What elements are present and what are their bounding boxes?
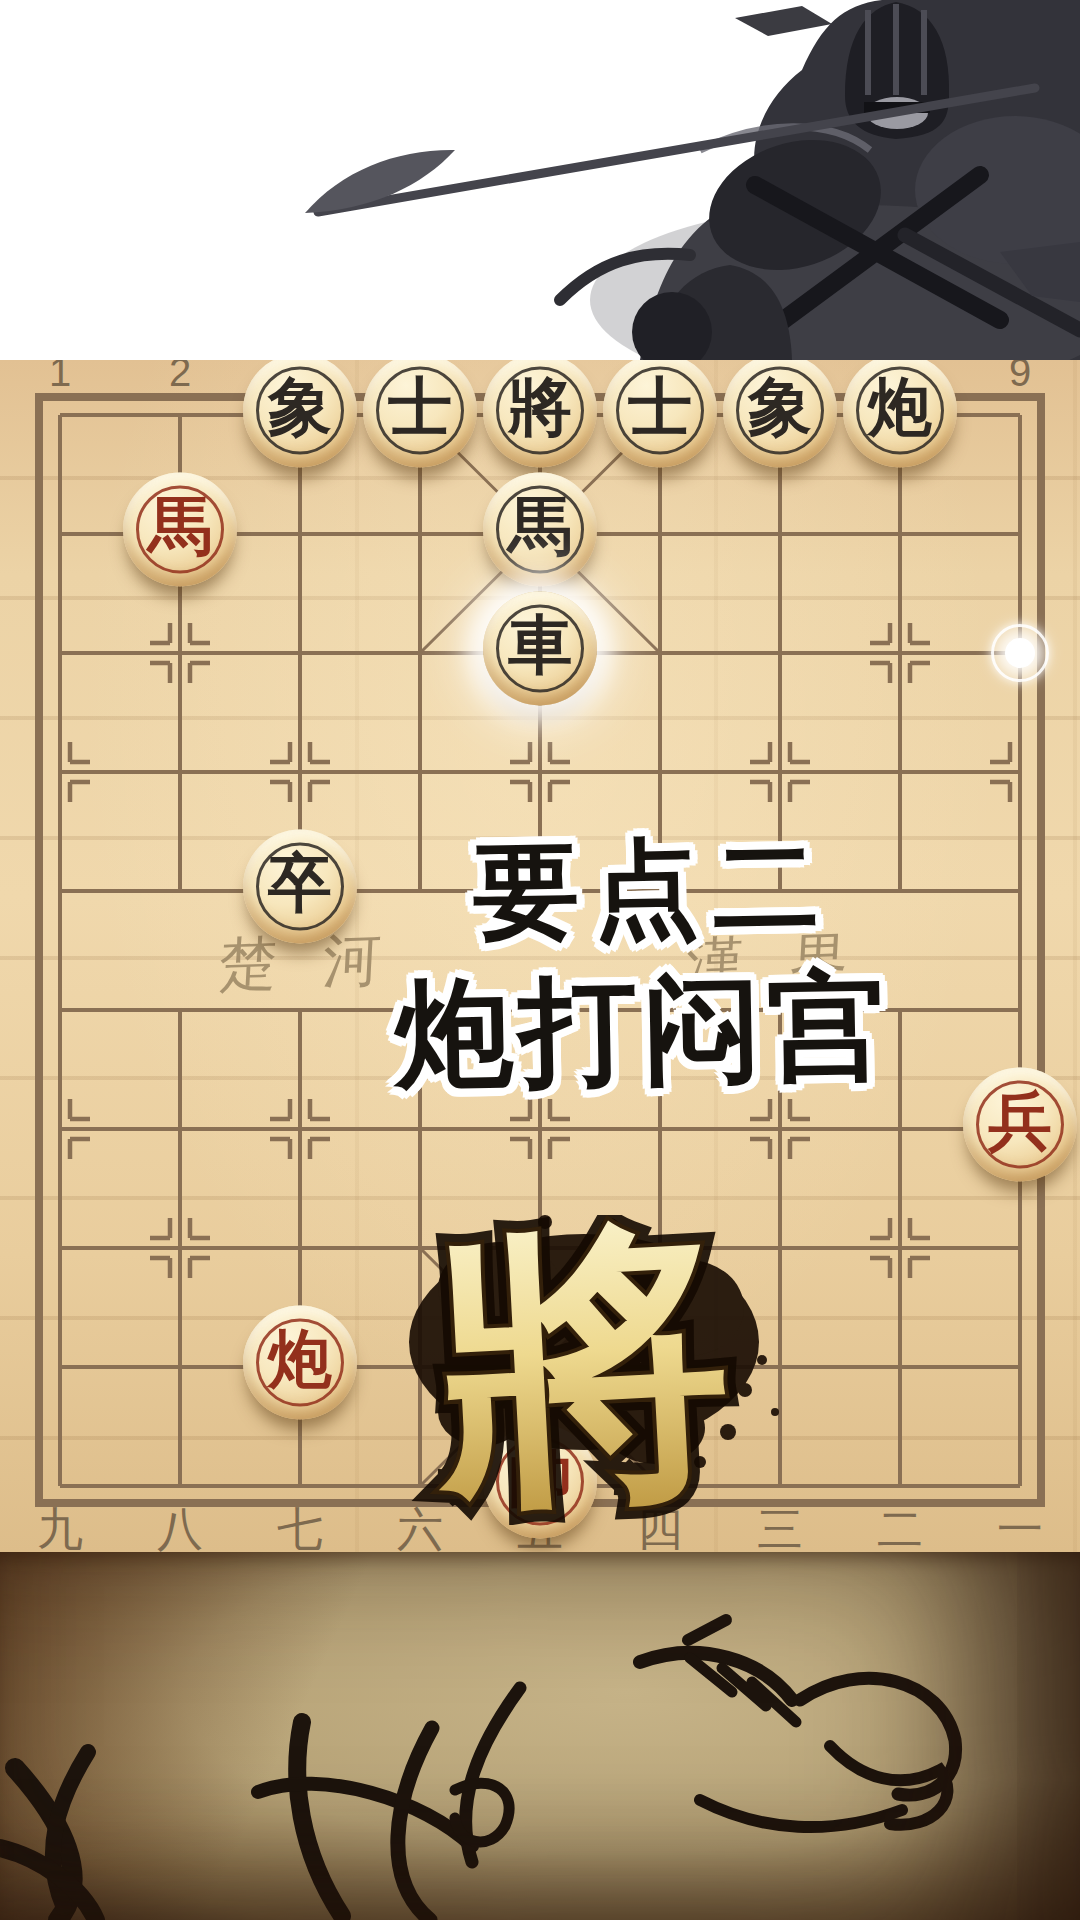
- piece-red-soldier[interactable]: 兵: [963, 1067, 1077, 1181]
- banner-gold-char: 將: [423, 1215, 739, 1525]
- piece-glyph: 卒: [268, 852, 332, 916]
- piece-black-advisor-left[interactable]: 士: [363, 360, 477, 467]
- piece-black-advisor-right[interactable]: 士: [603, 360, 717, 467]
- piece-black-elephant-left[interactable]: 象: [243, 360, 357, 467]
- board-section: 楚河 漢界 123456789九八七六五四三二一 象士將士象炮馬馬車卒兵炮帥 要…: [0, 360, 1080, 1552]
- piece-black-chariot[interactable]: 車: [483, 591, 597, 705]
- piece-glyph: 馬: [508, 495, 572, 559]
- piece-black-horse[interactable]: 馬: [483, 472, 597, 586]
- bottom-banner: [0, 1552, 1080, 1920]
- piece-black-cannon[interactable]: 炮: [843, 360, 957, 467]
- piece-glyph: 象: [748, 376, 812, 440]
- piece-black-elephant-right[interactable]: 象: [723, 360, 837, 467]
- piece-glyph: 炮: [868, 376, 932, 440]
- piece-red-horse[interactable]: 馬: [123, 472, 237, 586]
- piece-glyph: 將: [508, 376, 572, 440]
- warrior-silhouette: [305, 0, 1080, 360]
- piece-glyph: 馬: [148, 495, 212, 559]
- piece-black-soldier[interactable]: 卒: [243, 829, 357, 943]
- warrior-ink-art: [0, 0, 1080, 360]
- piece-red-cannon[interactable]: 炮: [243, 1305, 357, 1419]
- piece-glyph: 士: [628, 376, 692, 440]
- piece-black-general[interactable]: 將: [483, 360, 597, 467]
- piece-glyph: 車: [508, 614, 572, 678]
- photo-vignette: [0, 1552, 1080, 1920]
- piece-glyph: 炮: [268, 1328, 332, 1392]
- check-banner: 將 將: [380, 1215, 800, 1525]
- xiangqi-puzzle-screen: 楚河 漢界 123456789九八七六五四三二一 象士將士象炮馬馬車卒兵炮帥 要…: [0, 0, 1080, 1920]
- piece-glyph: 象: [268, 376, 332, 440]
- top-banner: [0, 0, 1080, 360]
- piece-glyph: 兵: [988, 1090, 1052, 1154]
- piece-glyph: 士: [388, 376, 452, 440]
